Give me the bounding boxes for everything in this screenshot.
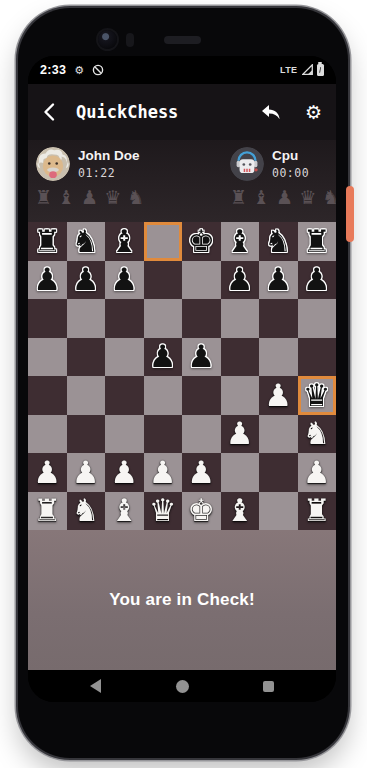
square-c2[interactable]: ♟	[105, 453, 144, 492]
square-g7[interactable]: ♟	[259, 261, 298, 300]
square-b5[interactable]	[67, 338, 106, 377]
square-c5[interactable]	[105, 338, 144, 377]
black-queen: ♛	[303, 380, 331, 411]
square-g8[interactable]: ♞	[259, 222, 298, 261]
square-g1[interactable]	[259, 492, 298, 531]
data-saver-icon	[92, 64, 104, 76]
screen: 2:33 ⚙ LTE QuickChess	[28, 56, 336, 702]
white-pawn: ♟	[226, 418, 254, 449]
white-pawn: ♟	[303, 457, 331, 488]
white-player-avatar	[36, 147, 70, 181]
black-pawn: ♟	[149, 341, 177, 372]
power-button	[346, 186, 354, 242]
black-bishop: ♝	[110, 226, 138, 257]
square-d6[interactable]	[144, 299, 183, 338]
white-knight: ♞	[72, 495, 100, 526]
square-a3[interactable]	[28, 415, 67, 454]
status-gear-icon: ⚙	[74, 64, 84, 77]
back-button[interactable]	[42, 102, 56, 122]
square-e7[interactable]	[182, 261, 221, 300]
white-player: John Doe 01:22	[36, 147, 140, 181]
square-e6[interactable]	[182, 299, 221, 338]
square-e8[interactable]: ♚	[182, 222, 221, 261]
black-pawn: ♟	[110, 264, 138, 295]
undo-button[interactable]	[261, 104, 281, 120]
black-player-name: Cpu	[272, 148, 309, 163]
square-f8[interactable]: ♝	[221, 222, 260, 261]
chess-board: ♜♞♝♚♝♞♜♟♟♟♟♟♟♟♟♟♛♟♞♟♟♟♟♟♟♜♞♝♛♚♝♜	[28, 222, 336, 530]
captured-bishop-icon: ♝	[58, 188, 75, 207]
square-g3[interactable]	[259, 415, 298, 454]
white-bishop: ♝	[110, 495, 138, 526]
black-bishop: ♝	[226, 226, 254, 257]
proximity-sensor	[126, 33, 134, 47]
white-pawn: ♟	[72, 457, 100, 488]
square-c8[interactable]: ♝	[105, 222, 144, 261]
clock-time: 2:33	[40, 63, 66, 77]
square-f4[interactable]	[221, 376, 260, 415]
check-message: You are in Check!	[109, 590, 255, 610]
square-c4[interactable]	[105, 376, 144, 415]
captured-knight-icon: ♞	[322, 188, 336, 207]
black-knight: ♞	[264, 226, 292, 257]
square-h5[interactable]	[298, 338, 337, 377]
square-a4[interactable]	[28, 376, 67, 415]
black-rook: ♜	[303, 226, 331, 257]
white-rook: ♜	[303, 495, 331, 526]
message-area: You are in Check!	[28, 530, 336, 670]
signal-icon	[302, 61, 313, 79]
square-h3[interactable]: ♞	[298, 415, 337, 454]
square-a8[interactable]: ♜	[28, 222, 67, 261]
black-knight: ♞	[72, 226, 100, 257]
white-player-name: John Doe	[78, 148, 140, 163]
white-king: ♚	[187, 495, 215, 526]
black-pawn: ♟	[264, 264, 292, 295]
square-d8[interactable]	[144, 222, 183, 261]
square-f2[interactable]	[221, 453, 260, 492]
square-b6[interactable]	[67, 299, 106, 338]
square-e5[interactable]: ♟	[182, 338, 221, 377]
square-d4[interactable]	[144, 376, 183, 415]
square-c6[interactable]	[105, 299, 144, 338]
square-h7[interactable]: ♟	[298, 261, 337, 300]
captured-pawn-icon: ♟	[81, 188, 98, 207]
square-g4[interactable]: ♟	[259, 376, 298, 415]
white-knight: ♞	[303, 418, 331, 449]
square-e4[interactable]	[182, 376, 221, 415]
white-queen: ♛	[149, 495, 177, 526]
nav-recents-icon[interactable]	[263, 681, 274, 692]
battery-icon	[317, 64, 325, 77]
white-bishop: ♝	[226, 495, 254, 526]
app-bar: QuickChess ⚙	[28, 84, 336, 140]
white-pawn: ♟	[110, 457, 138, 488]
square-a6[interactable]	[28, 299, 67, 338]
black-player-clock: 00:00	[272, 166, 309, 180]
square-f6[interactable]	[221, 299, 260, 338]
nav-back-icon[interactable]	[90, 679, 101, 693]
captured-queen-icon: ♛	[299, 188, 316, 207]
square-g2[interactable]	[259, 453, 298, 492]
captured-queen-icon: ♛	[104, 188, 121, 207]
captured-rook-icon: ♜	[35, 188, 52, 207]
front-camera-icon	[98, 30, 117, 49]
square-f1[interactable]: ♝	[221, 492, 260, 531]
square-h6[interactable]	[298, 299, 337, 338]
black-player: Cpu 00:00	[230, 147, 309, 181]
square-e2[interactable]: ♟	[182, 453, 221, 492]
square-c1[interactable]: ♝	[105, 492, 144, 531]
square-a1[interactable]: ♜	[28, 492, 67, 531]
captured-rook-icon: ♜	[230, 188, 247, 207]
black-captured-tray: ♜♝♟♛♞	[230, 188, 336, 207]
nav-home-icon[interactable]	[176, 680, 189, 693]
undo-icon	[261, 104, 281, 120]
black-pawn: ♟	[72, 264, 100, 295]
square-h1[interactable]: ♜	[298, 492, 337, 531]
white-pawn: ♟	[187, 457, 215, 488]
square-h8[interactable]: ♜	[298, 222, 337, 261]
square-d7[interactable]	[144, 261, 183, 300]
white-pawn: ♟	[33, 457, 61, 488]
captured-bishop-icon: ♝	[253, 188, 270, 207]
page-title: QuickChess	[76, 102, 178, 122]
square-e1[interactable]: ♚	[182, 492, 221, 531]
square-c3[interactable]	[105, 415, 144, 454]
white-pawn: ♟	[149, 457, 177, 488]
black-pawn: ♟	[226, 264, 254, 295]
black-player-avatar	[230, 147, 264, 181]
square-b8[interactable]: ♞	[67, 222, 106, 261]
square-b4[interactable]	[67, 376, 106, 415]
square-f5[interactable]	[221, 338, 260, 377]
square-g5[interactable]	[259, 338, 298, 377]
square-d2[interactable]: ♟	[144, 453, 183, 492]
black-king: ♚	[187, 226, 215, 257]
square-e3[interactable]	[182, 415, 221, 454]
white-player-clock: 01:22	[78, 166, 140, 180]
status-bar: 2:33 ⚙ LTE	[28, 56, 336, 84]
black-pawn: ♟	[187, 341, 215, 372]
settings-button[interactable]: ⚙	[305, 103, 322, 122]
square-d5[interactable]: ♟	[144, 338, 183, 377]
square-h2[interactable]: ♟	[298, 453, 337, 492]
square-f7[interactable]: ♟	[221, 261, 260, 300]
square-g6[interactable]	[259, 299, 298, 338]
navigation-bar	[28, 670, 336, 702]
captured-pawn-icon: ♟	[276, 188, 293, 207]
earpiece-speaker	[164, 36, 201, 44]
black-rook: ♜	[33, 226, 61, 257]
white-captured-tray: ♜♝♟♛♞	[35, 188, 144, 207]
square-c7[interactable]: ♟	[105, 261, 144, 300]
white-rook: ♜	[33, 495, 61, 526]
square-f3[interactable]: ♟	[221, 415, 260, 454]
square-b1[interactable]: ♞	[67, 492, 106, 531]
square-h4[interactable]: ♛	[298, 376, 337, 415]
phone-frame: 2:33 ⚙ LTE QuickChess	[18, 8, 348, 758]
square-a7[interactable]: ♟	[28, 261, 67, 300]
back-chevron-icon	[42, 102, 56, 122]
player-section: John Doe 01:22	[28, 140, 336, 222]
square-b3[interactable]	[67, 415, 106, 454]
captured-knight-icon: ♞	[127, 188, 144, 207]
square-d3[interactable]	[144, 415, 183, 454]
square-b7[interactable]: ♟	[67, 261, 106, 300]
square-a2[interactable]: ♟	[28, 453, 67, 492]
square-a5[interactable]	[28, 338, 67, 377]
network-type-label: LTE	[280, 65, 298, 75]
square-d1[interactable]: ♛	[144, 492, 183, 531]
black-pawn: ♟	[33, 264, 61, 295]
black-pawn: ♟	[303, 264, 331, 295]
square-b2[interactable]: ♟	[67, 453, 106, 492]
white-pawn: ♟	[264, 380, 292, 411]
